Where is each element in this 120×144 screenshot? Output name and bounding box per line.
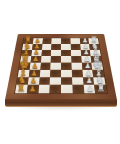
piece-black-knight: ♞: [94, 75, 105, 84]
chess-board: ♜♟♟♜♞♟♟♞♝♟♟♝♛♟♟♛♚♟♟♚♝♟♟♝♞♟♟♞♜♟♟♜: [5, 34, 117, 100]
square-h8: ♜: [94, 85, 106, 93]
square-e6: [71, 63, 82, 70]
piece-white-pawn: ♟: [29, 63, 40, 70]
square-e3: [40, 63, 51, 70]
square-h3: [38, 85, 50, 93]
square-d3: [41, 56, 51, 63]
square-f3: [39, 70, 50, 77]
square-d8: ♛: [91, 56, 102, 63]
square-f4: [50, 70, 61, 77]
square-f5: [61, 70, 72, 77]
piece-black-pawn: ♟: [83, 70, 94, 77]
chess-set-photo: ♜♟♟♜♞♟♟♞♝♟♟♝♛♟♟♛♚♟♟♚♝♟♟♝♞♟♟♞♜♟♟♜: [0, 0, 120, 144]
piece-white-pawn: ♟: [27, 85, 38, 93]
square-d6: [71, 56, 81, 63]
square-d5: [61, 56, 71, 63]
square-e5: [61, 63, 72, 70]
square-g5: [61, 77, 72, 85]
piece-white-rook: ♜: [15, 84, 26, 94]
piece-black-rook: ♜: [89, 36, 98, 44]
piece-white-pawn: ♟: [28, 77, 39, 85]
piece-white-rook: ♜: [23, 36, 32, 44]
square-f8: ♝: [93, 70, 105, 77]
square-h6: [72, 85, 84, 93]
square-f2: ♟: [29, 70, 40, 77]
square-g2: ♟: [28, 77, 40, 85]
piece-white-knight: ♞: [16, 75, 27, 84]
piece-white-pawn: ♟: [31, 49, 41, 56]
square-h2: ♟: [27, 85, 39, 93]
square-f6: [72, 70, 83, 77]
square-g4: [50, 77, 61, 85]
square-e2: ♟: [29, 63, 40, 70]
square-h5: [61, 85, 72, 93]
square-e8: ♚: [92, 63, 103, 70]
square-g8: ♞: [93, 77, 105, 85]
piece-white-pawn: ♟: [29, 70, 40, 77]
square-e4: [50, 63, 61, 70]
square-g6: [72, 77, 83, 85]
piece-black-rook: ♜: [95, 84, 106, 94]
square-d4: [51, 56, 61, 63]
square-h4: [50, 85, 61, 93]
square-f1: ♝: [18, 70, 30, 77]
square-g3: [39, 77, 50, 85]
board-grid: ♜♟♟♜♞♟♟♞♝♟♟♝♛♟♟♛♚♟♟♚♝♟♟♝♞♟♟♞♜♟♟♜: [15, 38, 107, 93]
square-h1: ♜: [15, 85, 27, 93]
board-front-edge: [5, 99, 117, 107]
piece-white-pawn: ♟: [30, 56, 40, 63]
square-d2: ♟: [30, 56, 41, 63]
